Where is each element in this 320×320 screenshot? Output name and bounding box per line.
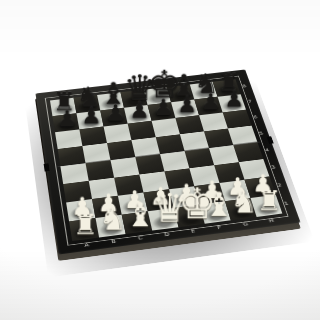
chess-board: ♜♞♝♛♚♝♞♜♟♟♟♟♟♟♟♟♟♟♟♟♟♟♟♟♜♞♝♛♚♝♞♜ ABCDEFG…	[35, 70, 300, 255]
white-knight-icon: ♞	[99, 204, 126, 235]
file-label-c: C	[126, 232, 154, 243]
square-a7: ♟	[52, 113, 79, 132]
square-b1: ♞	[95, 215, 125, 238]
black-pawn-icon: ♟	[151, 97, 175, 119]
white-knight-icon: ♞	[230, 187, 257, 218]
black-pawn-icon: ♟	[222, 88, 246, 110]
square-b4	[86, 160, 115, 181]
product-photo: ♜♞♝♛♚♝♞♜♟♟♟♟♟♟♟♟♟♟♟♟♟♟♟♟♜♞♝♛♚♝♞♜ ABCDEFG…	[0, 0, 320, 320]
file-label-d: D	[153, 229, 181, 240]
scene: ♜♞♝♛♚♝♞♜♟♟♟♟♟♟♟♟♟♟♟♟♟♟♟♟♜♞♝♛♚♝♞♜ ABCDEFG…	[0, 0, 320, 320]
square-e7: ♟	[148, 102, 176, 121]
square-b7: ♟	[76, 111, 103, 130]
white-bishop-icon: ♝	[125, 198, 152, 231]
square-a6	[55, 129, 82, 149]
file-label-h: H	[257, 215, 285, 226]
hinge-notch-left	[44, 163, 50, 171]
white-rook-icon: ♜	[256, 187, 282, 214]
square-a1: ♜	[69, 218, 99, 241]
file-label-g: G	[231, 218, 259, 229]
square-c7: ♟	[100, 108, 127, 127]
black-pawn-icon: ♟	[55, 108, 79, 130]
black-pawn-icon: ♟	[79, 105, 103, 127]
file-label-b: B	[99, 236, 127, 248]
black-pawn-icon: ♟	[199, 91, 223, 113]
square-f4	[185, 148, 215, 168]
white-rook-icon: ♜	[72, 210, 99, 238]
black-pawn-icon: ♟	[127, 99, 151, 121]
black-pawn-icon: ♟	[103, 102, 127, 124]
square-d4	[135, 154, 164, 175]
square-g6	[199, 112, 228, 131]
square-h6	[223, 110, 252, 129]
file-label-a: A	[72, 239, 100, 251]
white-queen-icon: ♛	[152, 189, 179, 229]
black-pawn-icon: ♟	[175, 94, 199, 116]
square-d7: ♟	[124, 105, 152, 124]
square-a4	[60, 163, 88, 184]
square-g4	[209, 145, 239, 165]
